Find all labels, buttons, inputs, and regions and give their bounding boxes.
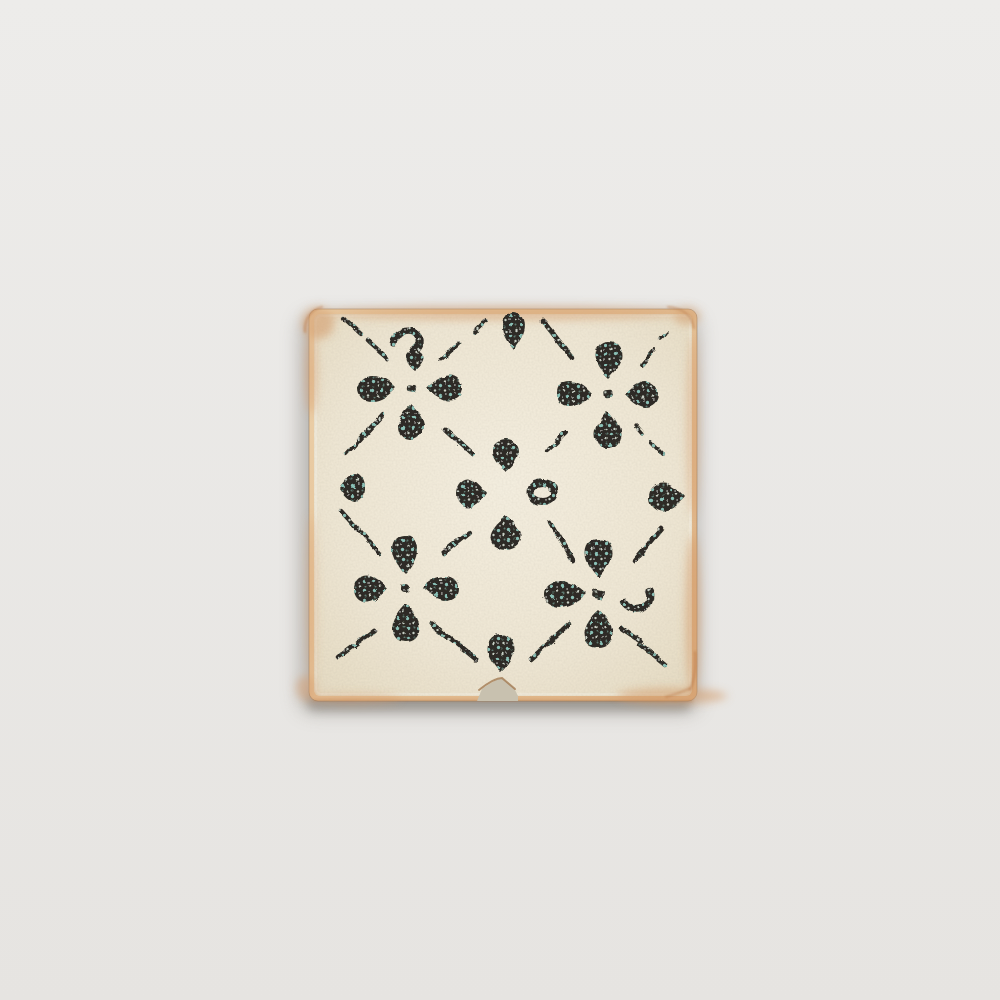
ring-blob-speckles [546,481,556,491]
blush-spot [305,330,317,414]
ceramic-tile [296,306,727,704]
tile-product-photo [0,0,1000,1000]
blush-spot [304,694,400,704]
flower-center-dot-speckles [400,583,408,591]
photo-stage [0,0,1000,1000]
blush-spot [687,335,699,515]
flower-center-dot-speckles [602,389,612,398]
blush-spot [306,515,316,685]
blush-spot [296,676,316,700]
blush-spot [686,535,700,695]
blush-spot [302,307,334,339]
